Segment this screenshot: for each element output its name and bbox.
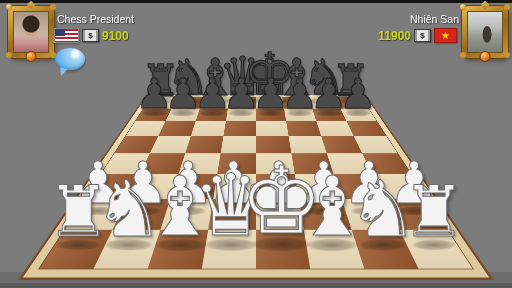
right-player-photo <box>467 11 503 53</box>
speech-bubble-tail <box>58 67 68 77</box>
left-player-photo <box>13 11 49 53</box>
game-screen: ♜♞♝♛♚♝♞♜♟♟♟♟♟♟♟♟♟♟♟♟♟♟♟♟♜♞♝♛♚♝♞♜ Chess P… <box>0 0 512 288</box>
right-player-avatar[interactable] <box>462 6 508 58</box>
right-player-name: Nhiên San <box>410 13 459 25</box>
left-player-name: Chess President <box>57 13 134 25</box>
piece-white-rook-h1[interactable]: ♜ <box>402 177 465 248</box>
left-player-avatar[interactable] <box>8 6 54 58</box>
banknote-icon: $ <box>414 29 431 42</box>
us-flag-icon <box>54 28 79 43</box>
square-b6[interactable] <box>158 121 195 136</box>
avatar-gem <box>480 51 491 62</box>
speech-bubble-icon[interactable] <box>55 48 85 70</box>
avatar-gem <box>26 51 37 62</box>
banknote-icon: $ <box>82 29 99 42</box>
square-h6[interactable] <box>347 121 387 136</box>
square-f6[interactable] <box>286 121 321 136</box>
avatar-frame-ornament <box>460 4 466 10</box>
vn-flag-icon: ★ <box>434 28 457 43</box>
left-player-money: 9100 <box>102 29 129 43</box>
square-e6[interactable] <box>256 121 289 136</box>
right-player-info-row: 11900 $ ★ <box>378 28 457 43</box>
square-d6[interactable] <box>223 121 256 136</box>
us-flag-canton <box>55 29 65 36</box>
top-bar <box>0 0 512 3</box>
vn-flag-star: ★ <box>441 31 450 41</box>
piece-black-pawn-h7[interactable]: ♟ <box>339 73 376 115</box>
right-player-money: 11900 <box>378 29 411 43</box>
avatar-frame-ornament <box>6 4 12 10</box>
floor-edge-shade <box>0 283 512 288</box>
square-c6[interactable] <box>191 121 226 136</box>
left-player-info-row: $ 9100 <box>54 28 129 43</box>
